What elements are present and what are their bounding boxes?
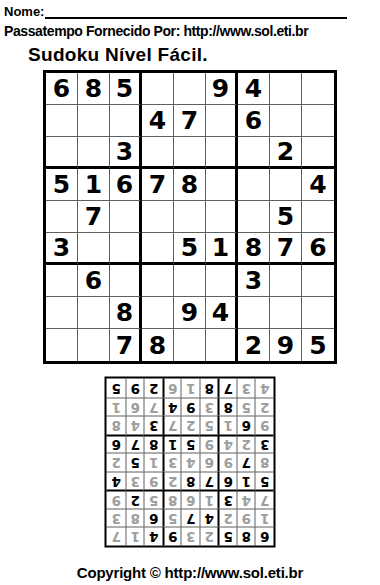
page-title: Sudoku Nível Fácil. (0, 39, 380, 69)
solution-cell-r4c2: 1 (236, 472, 255, 491)
cell-r2c2[interactable] (78, 105, 110, 137)
solution-cell-r3c9: 9 (107, 490, 126, 509)
cell-r7c6[interactable] (206, 265, 238, 297)
cell-r4c9[interactable]: 4 (302, 169, 334, 201)
cell-r3c7[interactable] (238, 137, 270, 169)
cell-r3c8[interactable]: 2 (270, 137, 302, 169)
solution-cell-r9c8: 9 (125, 379, 144, 398)
cell-r1c1[interactable]: 6 (46, 73, 78, 105)
cell-r3c5[interactable] (174, 137, 206, 169)
cell-r2c5[interactable]: 7 (174, 105, 206, 137)
solution-cell-r8c5: 9 (181, 398, 200, 417)
cell-r4c6[interactable] (206, 169, 238, 201)
solution-cell-r6c4: 9 (199, 435, 218, 454)
solution-cell-r4c7: 9 (144, 472, 163, 491)
cell-r7c2[interactable]: 6 (78, 265, 110, 297)
cell-r8c6[interactable]: 4 (206, 297, 238, 329)
solution-cell-r7c3: 1 (218, 416, 237, 435)
solution-cell-r8c1: 2 (255, 398, 274, 417)
cell-r4c5[interactable]: 8 (174, 169, 206, 201)
cell-r5c1[interactable] (46, 201, 78, 233)
solution-cell-r5c4: 6 (199, 453, 218, 472)
solution-cell-r5c7: 1 (144, 453, 163, 472)
cell-r2c1[interactable] (46, 105, 78, 137)
solution-cell-r1c3: 5 (218, 527, 237, 546)
cell-r5c4[interactable] (142, 201, 174, 233)
cell-r5c7[interactable] (238, 201, 270, 233)
solution-cell-r9c9: 5 (107, 379, 126, 398)
solution-cell-r4c4: 7 (199, 472, 218, 491)
cell-r2c3[interactable] (110, 105, 142, 137)
cell-r1c4[interactable] (142, 73, 174, 105)
solution-cell-r4c5: 8 (181, 472, 200, 491)
solution-cell-r9c4: 8 (199, 379, 218, 398)
main-sudoku-grid: 6859447632516784753518766389478295 (43, 70, 337, 364)
cell-r9c9[interactable]: 5 (302, 329, 334, 361)
provider-text: Passatempo Fornecido Por: http://www.sol… (0, 19, 380, 39)
solution-cell-r6c1: 3 (255, 435, 274, 454)
solution-cell-r9c3: 7 (218, 379, 237, 398)
solution-cell-r7c1: 9 (255, 416, 274, 435)
solution-cell-r4c3: 6 (218, 472, 237, 491)
cell-r8c5[interactable]: 9 (174, 297, 206, 329)
solution-cell-r8c4: 3 (199, 398, 218, 417)
cell-r4c4[interactable]: 7 (142, 169, 174, 201)
solution-cell-r7c6: 7 (162, 416, 181, 435)
cell-r4c8[interactable] (270, 169, 302, 201)
cell-r7c1[interactable] (46, 265, 78, 297)
cell-r4c2[interactable]: 1 (78, 169, 110, 201)
cell-r1c8[interactable] (270, 73, 302, 105)
cell-r9c5[interactable] (174, 329, 206, 361)
name-label: Nome: (4, 4, 44, 19)
solution-cell-r5c3: 9 (218, 453, 237, 472)
solution-cell-r4c1: 5 (255, 472, 274, 491)
solution-cell-r9c1: 4 (255, 379, 274, 398)
cell-r6c9[interactable]: 6 (302, 233, 334, 265)
solution-cell-r6c9: 6 (107, 435, 126, 454)
solution-cell-r2c7: 6 (144, 509, 163, 528)
solution-cell-r6c5: 5 (181, 435, 200, 454)
cell-r9c7[interactable]: 2 (238, 329, 270, 361)
solution-cell-r7c8: 4 (125, 416, 144, 435)
cell-r2c6[interactable] (206, 105, 238, 137)
solution-cell-r9c6: 6 (162, 379, 181, 398)
cell-r8c2[interactable] (78, 297, 110, 329)
solution-cell-r5c2: 7 (236, 453, 255, 472)
solution-cell-r2c6: 5 (162, 509, 181, 528)
cell-r2c8[interactable] (270, 105, 302, 137)
solution-cell-r9c7: 2 (144, 379, 163, 398)
cell-r8c9[interactable] (302, 297, 334, 329)
solution-cell-r5c1: 8 (255, 453, 274, 472)
solution-cell-r2c8: 8 (125, 509, 144, 528)
cell-r2c4[interactable]: 4 (142, 105, 174, 137)
solution-cell-r2c5: 7 (181, 509, 200, 528)
cell-r3c4[interactable] (142, 137, 174, 169)
name-fill-line (45, 4, 347, 19)
solution-cell-r2c1: 1 (255, 509, 274, 528)
cell-r1c7[interactable]: 4 (238, 73, 270, 105)
solution-cell-r3c8: 2 (125, 490, 144, 509)
solution-cell-r1c1: 6 (255, 527, 274, 546)
cell-r6c2[interactable] (78, 233, 110, 265)
cell-r5c8[interactable]: 5 (270, 201, 302, 233)
cell-r9c4[interactable]: 8 (142, 329, 174, 361)
solution-cell-r8c8: 6 (125, 398, 144, 417)
cell-r7c5[interactable] (174, 265, 206, 297)
solution-cell-r2c2: 9 (236, 509, 255, 528)
cell-r3c9[interactable] (302, 137, 334, 169)
cell-r7c7[interactable]: 3 (238, 265, 270, 297)
cell-r7c9[interactable] (302, 265, 334, 297)
cell-r6c5[interactable]: 5 (174, 233, 206, 265)
solution-cell-r3c7: 5 (144, 490, 163, 509)
solution-cell-r9c5: 1 (181, 379, 200, 398)
cell-r8c4[interactable] (142, 297, 174, 329)
cell-r4c1[interactable]: 5 (46, 169, 78, 201)
solution-cell-r7c4: 5 (199, 416, 218, 435)
solution-cell-r5c9: 2 (107, 453, 126, 472)
cell-r1c3[interactable]: 5 (110, 73, 142, 105)
solution-cell-r3c2: 4 (236, 490, 255, 509)
solution-cell-r3c6: 8 (162, 490, 181, 509)
solution-cell-r8c9: 1 (107, 398, 126, 417)
solution-cell-r6c8: 7 (125, 435, 144, 454)
cell-r6c4[interactable] (142, 233, 174, 265)
solution-cell-r6c7: 8 (144, 435, 163, 454)
solution-cell-r7c9: 8 (107, 416, 126, 435)
solution-cell-r2c9: 3 (107, 509, 126, 528)
cell-r2c7[interactable]: 6 (238, 105, 270, 137)
solution-cell-r1c8: 1 (125, 527, 144, 546)
solution-cell-r3c4: 1 (199, 490, 218, 509)
solution-cell-r1c5: 3 (181, 527, 200, 546)
cell-r9c3[interactable]: 7 (110, 329, 142, 361)
cell-r6c6[interactable]: 1 (206, 233, 238, 265)
solution-cell-r8c6: 4 (162, 398, 181, 417)
solution-cell-r6c2: 2 (236, 435, 255, 454)
solution-cell-r9c2: 3 (236, 379, 255, 398)
solution-cell-r7c5: 2 (181, 416, 200, 435)
solution-cell-r3c3: 3 (218, 490, 237, 509)
cell-r3c1[interactable] (46, 137, 78, 169)
cell-r5c5[interactable] (174, 201, 206, 233)
cell-r6c1[interactable]: 3 (46, 233, 78, 265)
cell-r3c3[interactable]: 3 (110, 137, 142, 169)
solution-cell-r5c5: 4 (181, 453, 200, 472)
solution-cell-r8c3: 8 (218, 398, 237, 417)
solution-cell-r1c9: 7 (107, 527, 126, 546)
solution-cell-r4c6: 2 (162, 472, 181, 491)
cell-r5c3[interactable] (110, 201, 142, 233)
cell-r8c3[interactable]: 8 (110, 297, 142, 329)
cell-r1c5[interactable] (174, 73, 206, 105)
cell-r9c6[interactable] (206, 329, 238, 361)
solution-cell-r2c3: 2 (218, 509, 237, 528)
cell-r6c3[interactable] (110, 233, 142, 265)
solution-cell-r1c6: 9 (162, 527, 181, 546)
sudoku-page: { "game": "sudoku", "position": "685..94… (0, 0, 380, 585)
solution-cell-r8c2: 5 (236, 398, 255, 417)
cell-r3c2[interactable] (78, 137, 110, 169)
solution-cell-r5c8: 5 (125, 453, 144, 472)
cell-r6c8[interactable]: 7 (270, 233, 302, 265)
cell-r6c7[interactable]: 8 (238, 233, 270, 265)
solution-cell-r5c6: 3 (162, 453, 181, 472)
cell-r9c1[interactable] (46, 329, 78, 361)
solution-cell-r4c8: 3 (125, 472, 144, 491)
solution-cell-r3c1: 7 (255, 490, 274, 509)
solution-cell-r1c4: 2 (199, 527, 218, 546)
cell-r3c6[interactable] (206, 137, 238, 169)
cell-r9c8[interactable]: 9 (270, 329, 302, 361)
cell-r8c8[interactable] (270, 297, 302, 329)
solution-cell-r8c7: 7 (144, 398, 163, 417)
solution-cell-r7c2: 6 (236, 416, 255, 435)
solution-grid: 6852394171924756837431685295167829348796… (105, 377, 276, 548)
solution-cell-r3c5: 6 (181, 490, 200, 509)
cell-r8c1[interactable] (46, 297, 78, 329)
cell-r9c2[interactable] (78, 329, 110, 361)
cell-r5c6[interactable] (206, 201, 238, 233)
cell-r1c2[interactable]: 8 (78, 73, 110, 105)
cell-r5c9[interactable] (302, 201, 334, 233)
cell-r8c7[interactable] (238, 297, 270, 329)
solution-cell-r1c2: 8 (236, 527, 255, 546)
copyright-text: Copyright © http://www.sol.eti.br (0, 564, 380, 581)
solution-cell-r4c9: 4 (107, 472, 126, 491)
cell-r1c9[interactable] (302, 73, 334, 105)
cell-r7c4[interactable] (142, 265, 174, 297)
solution-cell-r6c6: 1 (162, 435, 181, 454)
solution-cell-r7c7: 3 (144, 416, 163, 435)
solution-cell-r6c3: 4 (218, 435, 237, 454)
cell-r4c3[interactable]: 6 (110, 169, 142, 201)
solution-cell-r2c4: 4 (199, 509, 218, 528)
cell-r7c3[interactable] (110, 265, 142, 297)
solution-cell-r1c7: 4 (144, 527, 163, 546)
name-row: Nome: (0, 0, 380, 19)
cell-r1c6[interactable]: 9 (206, 73, 238, 105)
cell-r4c7[interactable] (238, 169, 270, 201)
cell-r7c8[interactable] (270, 265, 302, 297)
cell-r2c9[interactable] (302, 105, 334, 137)
cell-r5c2[interactable]: 7 (78, 201, 110, 233)
